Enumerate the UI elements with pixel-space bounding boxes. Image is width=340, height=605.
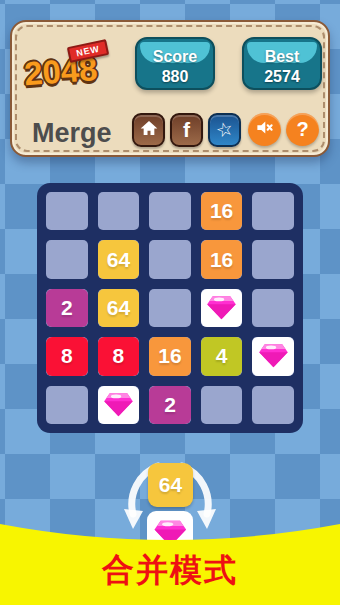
next-tile-current[interactable]: 64: [148, 463, 193, 507]
cell-r5c5: [252, 386, 294, 424]
tile-gem: [252, 337, 294, 375]
cell-r5c3: 2: [149, 386, 191, 424]
tile-16: 16: [201, 192, 243, 230]
best-value: 2574: [244, 67, 320, 87]
tile-8: 8: [46, 337, 88, 375]
cell-r1c4: 16: [201, 192, 243, 230]
tile-16: 16: [201, 240, 243, 278]
best-label: Best: [244, 47, 320, 67]
cell-r5c2: [98, 386, 140, 424]
tile-gem: [98, 386, 140, 424]
tile-2: 2: [46, 289, 88, 327]
help-button[interactable]: ?: [286, 113, 319, 146]
home-button[interactable]: [132, 113, 165, 147]
cell-r2c3: [149, 240, 191, 278]
cell-r3c3: [149, 289, 191, 327]
cell-r1c2: [98, 192, 140, 230]
cell-r2c5: [252, 240, 294, 278]
home-icon: [139, 118, 159, 142]
facebook-icon: f: [183, 119, 190, 140]
mute-speaker-icon: [255, 118, 274, 141]
question-mark-icon: ?: [296, 118, 308, 141]
cell-r2c2: 64: [98, 240, 140, 278]
board[interactable]: 166416264881642: [37, 183, 303, 433]
cell-r1c3: [149, 192, 191, 230]
cell-r2c1: [46, 240, 88, 278]
cell-r4c4: 4: [201, 337, 243, 375]
cell-r3c2: 64: [98, 289, 140, 327]
cell-r3c1: 2: [46, 289, 88, 327]
cell-r4c3: 16: [149, 337, 191, 375]
cell-r3c4: [201, 289, 243, 327]
mode-label: Merge: [32, 118, 112, 149]
score-value: 880: [137, 67, 213, 87]
header-panel: 2048 NEW Score 880 Best 2574 Merge f ☆: [10, 20, 330, 157]
tile-gem: [201, 289, 243, 327]
mute-button[interactable]: [248, 113, 281, 146]
tile-16: 16: [149, 337, 191, 375]
cell-r1c5: [252, 192, 294, 230]
mode-banner-text: 合并模式: [0, 549, 340, 593]
tile-4: 4: [201, 337, 243, 375]
cell-r1c1: [46, 192, 88, 230]
gem-icon: [101, 389, 136, 421]
cell-r2c4: 16: [201, 240, 243, 278]
cell-r5c4: [201, 386, 243, 424]
gem-icon: [204, 292, 239, 324]
tile-2: 2: [149, 386, 191, 424]
cell-r4c2: 8: [98, 337, 140, 375]
cell-r4c5: [252, 337, 294, 375]
best-display: Best 2574: [242, 37, 322, 90]
score-label: Score: [137, 47, 213, 67]
star-icon: ☆: [213, 116, 235, 143]
cell-r5c1: [46, 386, 88, 424]
cell-r4c1: 8: [46, 337, 88, 375]
tile-8: 8: [98, 337, 140, 375]
score-display: Score 880: [135, 37, 215, 90]
tile-64: 64: [98, 289, 140, 327]
share-star-button[interactable]: ☆: [208, 113, 241, 147]
cell-r3c5: [252, 289, 294, 327]
logo-2048: 2048 NEW: [24, 52, 116, 108]
tile-64: 64: [98, 240, 140, 278]
gem-icon: [256, 340, 291, 372]
facebook-button[interactable]: f: [170, 113, 203, 147]
